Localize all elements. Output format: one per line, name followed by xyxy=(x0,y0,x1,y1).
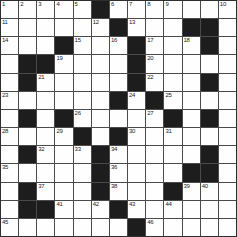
black-cell xyxy=(201,19,218,36)
white-cell[interactable] xyxy=(92,92,109,109)
white-cell[interactable] xyxy=(110,74,127,91)
black-cell xyxy=(55,110,72,127)
clue-number: 1 xyxy=(2,1,5,8)
white-cell[interactable] xyxy=(201,128,218,145)
white-cell[interactable] xyxy=(1,201,18,218)
white-cell[interactable]: 29 xyxy=(55,128,72,145)
white-cell[interactable] xyxy=(19,128,36,145)
clue-number: 32 xyxy=(38,146,44,153)
black-cell xyxy=(201,110,218,127)
white-cell[interactable] xyxy=(92,110,109,127)
white-cell[interactable]: 10 xyxy=(219,1,236,18)
white-cell[interactable] xyxy=(37,219,54,236)
black-cell xyxy=(201,74,218,91)
clue-number: 12 xyxy=(93,19,99,26)
crossword-grid: 1234567891011121314151617181920212223242… xyxy=(0,0,237,237)
white-cell[interactable] xyxy=(74,183,91,200)
clue-number: 27 xyxy=(147,110,153,117)
white-cell[interactable]: 28 xyxy=(1,128,18,145)
clue-number: 13 xyxy=(129,19,135,26)
white-cell[interactable] xyxy=(183,201,200,218)
white-cell[interactable] xyxy=(92,37,109,54)
white-cell[interactable] xyxy=(183,146,200,163)
white-cell[interactable] xyxy=(219,19,236,36)
white-cell[interactable] xyxy=(110,219,127,236)
clue-number: 28 xyxy=(2,128,8,135)
white-cell[interactable] xyxy=(74,74,91,91)
white-cell[interactable]: 43 xyxy=(128,201,145,218)
white-cell[interactable]: 32 xyxy=(37,146,54,163)
white-cell[interactable] xyxy=(55,164,72,181)
clue-number: 43 xyxy=(129,201,135,208)
white-cell[interactable]: 6 xyxy=(110,1,127,18)
white-cell[interactable]: 35 xyxy=(1,164,18,181)
white-cell[interactable] xyxy=(1,183,18,200)
black-cell xyxy=(110,128,127,145)
white-cell[interactable]: 3 xyxy=(37,1,54,18)
white-cell[interactable] xyxy=(55,74,72,91)
white-cell[interactable] xyxy=(92,219,109,236)
white-cell[interactable] xyxy=(183,219,200,236)
white-cell[interactable] xyxy=(19,37,36,54)
white-cell[interactable] xyxy=(55,92,72,109)
white-cell[interactable] xyxy=(219,110,236,127)
white-cell[interactable] xyxy=(201,219,218,236)
white-cell[interactable] xyxy=(219,74,236,91)
white-cell[interactable] xyxy=(92,55,109,72)
clue-number: 16 xyxy=(111,37,117,44)
clue-number: 8 xyxy=(147,1,150,8)
clue-number: 17 xyxy=(147,37,153,44)
white-cell[interactable] xyxy=(183,128,200,145)
white-cell[interactable] xyxy=(219,183,236,200)
black-cell xyxy=(19,183,36,200)
white-cell[interactable] xyxy=(146,19,163,36)
white-cell[interactable] xyxy=(164,164,181,181)
white-cell[interactable]: 17 xyxy=(146,37,163,54)
clue-number: 15 xyxy=(75,37,81,44)
clue-number: 44 xyxy=(165,201,171,208)
white-cell[interactable] xyxy=(128,110,145,127)
white-cell[interactable] xyxy=(110,110,127,127)
white-cell[interactable] xyxy=(146,164,163,181)
white-cell[interactable] xyxy=(1,110,18,127)
white-cell[interactable] xyxy=(219,37,236,54)
white-cell[interactable]: 4 xyxy=(55,1,72,18)
black-cell xyxy=(128,219,145,236)
white-cell[interactable]: 44 xyxy=(164,201,181,218)
white-cell[interactable]: 21 xyxy=(37,74,54,91)
white-cell[interactable]: 27 xyxy=(146,110,163,127)
white-cell[interactable] xyxy=(74,201,91,218)
white-cell[interactable]: 14 xyxy=(1,37,18,54)
clue-number: 6 xyxy=(111,1,114,8)
white-cell[interactable] xyxy=(219,92,236,109)
black-cell xyxy=(92,146,109,163)
white-cell[interactable] xyxy=(74,219,91,236)
clue-number: 21 xyxy=(38,74,44,81)
white-cell[interactable] xyxy=(74,164,91,181)
clue-number: 4 xyxy=(56,1,59,8)
white-cell[interactable] xyxy=(110,55,127,72)
white-cell[interactable] xyxy=(55,219,72,236)
white-cell[interactable]: 41 xyxy=(55,201,72,218)
white-cell[interactable] xyxy=(19,164,36,181)
white-cell[interactable] xyxy=(219,201,236,218)
clue-number: 42 xyxy=(93,201,99,208)
white-cell[interactable] xyxy=(219,164,236,181)
black-cell xyxy=(55,37,72,54)
white-cell[interactable] xyxy=(146,146,163,163)
clue-number: 37 xyxy=(38,183,44,190)
white-cell[interactable] xyxy=(1,146,18,163)
white-cell[interactable] xyxy=(146,128,163,145)
black-cell xyxy=(183,164,200,181)
white-cell[interactable]: 2 xyxy=(19,1,36,18)
white-cell[interactable] xyxy=(37,128,54,145)
clue-number: 3 xyxy=(38,1,41,8)
clue-number: 2 xyxy=(20,1,23,8)
black-cell xyxy=(19,146,36,163)
clue-number: 25 xyxy=(165,92,171,99)
white-cell[interactable]: 13 xyxy=(128,19,145,36)
white-cell[interactable] xyxy=(219,146,236,163)
white-cell[interactable]: 40 xyxy=(201,183,218,200)
black-cell xyxy=(37,55,54,72)
clue-number: 18 xyxy=(184,37,190,44)
white-cell[interactable] xyxy=(146,183,163,200)
black-cell xyxy=(19,110,36,127)
clue-number: 23 xyxy=(2,92,8,99)
white-cell[interactable] xyxy=(183,92,200,109)
black-cell xyxy=(164,110,181,127)
white-cell[interactable]: 9 xyxy=(164,1,181,18)
black-cell xyxy=(92,1,109,18)
white-cell[interactable] xyxy=(219,219,236,236)
white-cell[interactable] xyxy=(164,74,181,91)
clue-number: 33 xyxy=(75,146,81,153)
white-cell[interactable] xyxy=(1,55,18,72)
black-cell xyxy=(92,183,109,200)
white-cell[interactable] xyxy=(164,146,181,163)
white-cell[interactable]: 38 xyxy=(110,183,127,200)
black-cell xyxy=(183,19,200,36)
clue-number: 19 xyxy=(56,55,62,62)
white-cell[interactable]: 1 xyxy=(1,1,18,18)
black-cell xyxy=(164,183,181,200)
white-cell[interactable]: 26 xyxy=(74,110,91,127)
white-cell[interactable]: 15 xyxy=(74,37,91,54)
white-cell[interactable] xyxy=(219,55,236,72)
white-cell[interactable] xyxy=(201,92,218,109)
white-cell[interactable] xyxy=(201,55,218,72)
white-cell[interactable] xyxy=(164,219,181,236)
black-cell xyxy=(19,201,36,218)
white-cell[interactable]: 24 xyxy=(128,92,145,109)
black-cell xyxy=(19,55,36,72)
white-cell[interactable]: 30 xyxy=(128,128,145,145)
white-cell[interactable] xyxy=(128,146,145,163)
white-cell[interactable]: 37 xyxy=(37,183,54,200)
clue-number: 7 xyxy=(129,1,132,8)
white-cell[interactable] xyxy=(92,74,109,91)
white-cell[interactable]: 12 xyxy=(92,19,109,36)
black-cell xyxy=(146,92,163,109)
white-cell[interactable] xyxy=(219,128,236,145)
black-cell xyxy=(128,37,145,54)
white-cell[interactable] xyxy=(37,92,54,109)
white-cell[interactable] xyxy=(92,128,109,145)
clue-number: 20 xyxy=(147,55,153,62)
white-cell[interactable] xyxy=(74,92,91,109)
white-cell[interactable] xyxy=(146,201,163,218)
white-cell[interactable]: 46 xyxy=(146,219,163,236)
white-cell[interactable] xyxy=(183,55,200,72)
clue-number: 38 xyxy=(111,183,117,190)
clue-number: 36 xyxy=(111,164,117,171)
white-cell[interactable]: 5 xyxy=(74,1,91,18)
white-cell[interactable] xyxy=(128,183,145,200)
black-cell xyxy=(201,37,218,54)
white-cell[interactable]: 20 xyxy=(146,55,163,72)
black-cell xyxy=(74,128,91,145)
clue-number: 46 xyxy=(147,219,153,226)
clue-number: 11 xyxy=(2,19,8,26)
white-cell[interactable] xyxy=(74,19,91,36)
white-cell[interactable]: 25 xyxy=(164,92,181,109)
white-cell[interactable] xyxy=(55,183,72,200)
black-cell xyxy=(110,92,127,109)
white-cell[interactable]: 39 xyxy=(183,183,200,200)
white-cell[interactable]: 36 xyxy=(110,164,127,181)
white-cell[interactable] xyxy=(183,1,200,18)
clue-number: 30 xyxy=(129,128,135,135)
clue-number: 29 xyxy=(56,128,62,135)
clue-number: 39 xyxy=(184,183,190,190)
white-cell[interactable] xyxy=(201,201,218,218)
white-cell[interactable]: 8 xyxy=(146,1,163,18)
white-cell[interactable] xyxy=(37,164,54,181)
black-cell xyxy=(37,201,54,218)
white-cell[interactable]: 18 xyxy=(183,37,200,54)
black-cell xyxy=(201,164,218,181)
white-cell[interactable]: 34 xyxy=(110,146,127,163)
black-cell xyxy=(110,201,127,218)
black-cell xyxy=(201,146,218,163)
clue-number: 40 xyxy=(202,183,208,190)
clue-number: 26 xyxy=(75,110,81,117)
white-cell[interactable] xyxy=(37,37,54,54)
white-cell[interactable]: 22 xyxy=(146,74,163,91)
white-cell[interactable]: 19 xyxy=(55,55,72,72)
white-cell[interactable]: 42 xyxy=(92,201,109,218)
black-cell xyxy=(128,55,145,72)
white-cell[interactable]: 23 xyxy=(1,92,18,109)
clue-number: 41 xyxy=(56,201,62,208)
black-cell xyxy=(19,74,36,91)
clue-number: 10 xyxy=(220,1,226,8)
white-cell[interactable] xyxy=(37,19,54,36)
white-cell[interactable] xyxy=(55,146,72,163)
white-cell[interactable] xyxy=(183,110,200,127)
clue-number: 9 xyxy=(165,1,168,8)
white-cell[interactable] xyxy=(183,74,200,91)
white-cell[interactable] xyxy=(74,55,91,72)
white-cell[interactable] xyxy=(128,164,145,181)
white-cell[interactable] xyxy=(164,55,181,72)
black-cell xyxy=(110,19,127,36)
black-cell xyxy=(92,164,109,181)
white-cell[interactable] xyxy=(55,19,72,36)
clue-number: 34 xyxy=(111,146,117,153)
white-cell[interactable] xyxy=(19,92,36,109)
white-cell[interactable]: 11 xyxy=(1,19,18,36)
clue-number: 14 xyxy=(2,37,8,44)
clue-number: 35 xyxy=(2,164,8,171)
white-cell[interactable] xyxy=(164,37,181,54)
clue-number: 24 xyxy=(129,92,135,99)
white-cell[interactable]: 45 xyxy=(1,219,18,236)
white-cell[interactable]: 33 xyxy=(74,146,91,163)
white-cell[interactable] xyxy=(19,219,36,236)
clue-number: 5 xyxy=(75,1,78,8)
black-cell xyxy=(128,74,145,91)
white-cell[interactable] xyxy=(1,74,18,91)
white-cell[interactable]: 7 xyxy=(128,1,145,18)
clue-number: 22 xyxy=(147,74,153,81)
white-cell[interactable] xyxy=(164,19,181,36)
clue-number: 31 xyxy=(165,128,171,135)
white-cell[interactable] xyxy=(37,110,54,127)
white-cell[interactable] xyxy=(19,19,36,36)
white-cell[interactable] xyxy=(201,1,218,18)
white-cell[interactable]: 16 xyxy=(110,37,127,54)
white-cell[interactable]: 31 xyxy=(164,128,181,145)
clue-number: 45 xyxy=(2,219,8,226)
